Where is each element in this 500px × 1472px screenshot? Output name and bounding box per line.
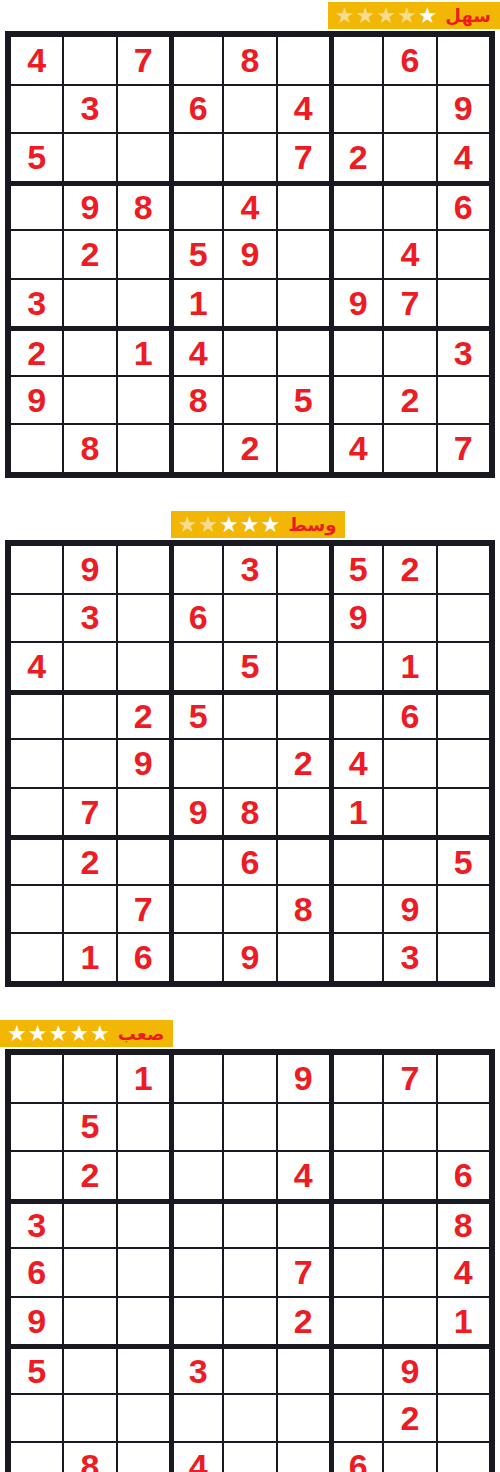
sudoku-cell[interactable]: 6 <box>334 1443 382 1472</box>
sudoku-cell[interactable]: 9 <box>278 1055 329 1102</box>
sudoku-cell[interactable] <box>278 425 329 472</box>
sudoku-cell[interactable] <box>224 886 275 933</box>
sudoku-cell[interactable] <box>11 1104 62 1151</box>
sudoku-cell[interactable] <box>438 1395 489 1442</box>
sudoku-cell[interactable] <box>384 86 435 133</box>
sudoku-cell[interactable] <box>11 186 62 230</box>
sudoku-cell[interactable] <box>118 134 169 181</box>
sudoku-cell[interactable] <box>174 1104 222 1151</box>
sudoku-cell[interactable]: 4 <box>438 134 489 181</box>
sudoku-cell[interactable] <box>278 231 329 278</box>
sudoku-cell[interactable] <box>64 134 115 181</box>
sudoku-cell[interactable]: 8 <box>438 1204 489 1248</box>
sudoku-cell[interactable]: 9 <box>118 740 169 787</box>
sudoku-cell[interactable]: 5 <box>334 546 382 593</box>
sudoku-cell[interactable]: 6 <box>11 1249 62 1296</box>
sudoku-cell[interactable] <box>174 37 222 84</box>
sudoku-cell[interactable] <box>64 695 115 739</box>
sudoku-cell[interactable] <box>64 377 115 424</box>
sudoku-board-hard: 1975246386749215392846 <box>5 1049 495 1472</box>
sudoku-cell[interactable]: 9 <box>64 186 115 230</box>
sudoku-cell[interactable] <box>118 1349 169 1393</box>
sudoku-cell[interactable] <box>64 331 115 375</box>
sudoku-cell[interactable]: 4 <box>334 740 382 787</box>
sudoku-cell[interactable]: 2 <box>384 546 435 593</box>
sudoku-cell[interactable] <box>334 1298 382 1345</box>
sudoku-cell[interactable]: 2 <box>11 331 62 375</box>
sudoku-board-medium: 935236945125692479812657891693 <box>5 540 495 987</box>
sudoku-cell[interactable] <box>334 231 382 278</box>
sudoku-cell[interactable] <box>11 1055 62 1102</box>
sudoku-cell[interactable] <box>118 1443 169 1472</box>
sudoku-cell[interactable] <box>334 1395 382 1442</box>
sudoku-cell[interactable] <box>384 1152 435 1199</box>
sudoku-cell[interactable] <box>174 886 222 933</box>
sudoku-cell[interactable] <box>278 546 329 593</box>
sudoku-cell[interactable] <box>174 134 222 181</box>
sudoku-cell[interactable]: 4 <box>278 1152 329 1199</box>
difficulty-banner-easy: ★★★★★ سهل <box>328 2 500 29</box>
sudoku-cell[interactable] <box>11 231 62 278</box>
sudoku-cell[interactable]: 5 <box>278 377 329 424</box>
sudoku-cell[interactable]: 6 <box>174 86 222 133</box>
sudoku-cell[interactable]: 2 <box>278 1298 329 1345</box>
sudoku-cell[interactable] <box>11 740 62 787</box>
sudoku-cell[interactable]: 9 <box>438 86 489 133</box>
difficulty-label: سهل <box>445 3 491 29</box>
sudoku-cell[interactable] <box>384 1443 435 1472</box>
sudoku-cell[interactable] <box>118 1395 169 1442</box>
sudoku-cell[interactable] <box>224 1104 275 1151</box>
sudoku-cell[interactable] <box>174 1055 222 1102</box>
sudoku-cell[interactable]: 1 <box>174 280 222 327</box>
sudoku-cell[interactable] <box>224 86 275 133</box>
sudoku-cell[interactable] <box>438 546 489 593</box>
star-filled-icon: ★ <box>48 1020 68 1047</box>
sudoku-cell[interactable] <box>384 331 435 375</box>
sudoku-cell[interactable] <box>11 934 62 981</box>
sudoku-cell[interactable] <box>118 643 169 690</box>
star-filled-icon: ★ <box>261 511 281 538</box>
sudoku-cell[interactable] <box>224 280 275 327</box>
sudoku-cell[interactable]: 2 <box>224 425 275 472</box>
sudoku-page: ★★★★★ سهل 478636495724984625943197214398… <box>0 0 500 1472</box>
sudoku-cell[interactable] <box>438 377 489 424</box>
difficulty-label: صعب <box>118 1021 165 1047</box>
sudoku-cell[interactable]: 7 <box>438 425 489 472</box>
sudoku-cell[interactable] <box>438 280 489 327</box>
sudoku-cell[interactable] <box>384 134 435 181</box>
puzzle-medium: ★★★★★ وسط 935236945125692479812657891693 <box>0 511 500 987</box>
sudoku-cell[interactable]: 7 <box>118 37 169 84</box>
star-rating: ★★★★★ <box>7 1020 111 1047</box>
sudoku-cell[interactable] <box>278 934 329 981</box>
sudoku-cell[interactable] <box>438 1443 489 1472</box>
sudoku-cell[interactable] <box>278 331 329 375</box>
sudoku-cell[interactable] <box>278 1349 329 1393</box>
sudoku-cell[interactable] <box>224 740 275 787</box>
sudoku-cell[interactable]: 4 <box>278 86 329 133</box>
sudoku-cell[interactable] <box>174 840 222 884</box>
difficulty-banner-medium: ★★★★★ وسط <box>171 511 346 538</box>
sudoku-board-easy: 478636495724984625943197214398528247 <box>5 31 495 478</box>
sudoku-cell[interactable] <box>334 331 382 375</box>
sudoku-cell[interactable] <box>118 425 169 472</box>
sudoku-cell[interactable] <box>224 1055 275 1102</box>
sudoku-cell[interactable]: 4 <box>174 1443 222 1472</box>
sudoku-cell[interactable] <box>224 1249 275 1296</box>
sudoku-cell[interactable] <box>11 1152 62 1199</box>
star-filled-icon: ★ <box>69 1020 89 1047</box>
sudoku-cell[interactable]: 6 <box>118 934 169 981</box>
sudoku-cell[interactable] <box>334 1204 382 1248</box>
sudoku-cell[interactable] <box>334 840 382 884</box>
sudoku-cell[interactable]: 2 <box>278 740 329 787</box>
sudoku-cell[interactable]: 4 <box>11 37 62 84</box>
sudoku-cell[interactable] <box>334 1055 382 1102</box>
sudoku-cell[interactable]: 3 <box>64 595 115 642</box>
sudoku-cell[interactable] <box>11 1443 62 1472</box>
sudoku-cell[interactable] <box>334 1349 382 1393</box>
sudoku-cell[interactable] <box>118 1249 169 1296</box>
sudoku-cell[interactable]: 9 <box>334 280 382 327</box>
sudoku-cell[interactable]: 1 <box>64 934 115 981</box>
star-empty-icon: ★ <box>178 511 198 538</box>
sudoku-cell[interactable]: 9 <box>11 377 62 424</box>
sudoku-cell[interactable] <box>438 934 489 981</box>
sudoku-cell[interactable]: 5 <box>64 1104 115 1151</box>
sudoku-cell[interactable]: 6 <box>438 186 489 230</box>
sudoku-cell[interactable] <box>384 1204 435 1248</box>
sudoku-cell[interactable] <box>278 789 329 836</box>
sudoku-cell[interactable]: 3 <box>438 331 489 375</box>
sudoku-cell[interactable] <box>438 1104 489 1151</box>
sudoku-cell[interactable] <box>118 1298 169 1345</box>
sudoku-cell[interactable] <box>278 186 329 230</box>
sudoku-cell[interactable] <box>64 740 115 787</box>
sudoku-cell[interactable]: 8 <box>224 37 275 84</box>
sudoku-cell[interactable] <box>64 643 115 690</box>
sudoku-cell[interactable]: 9 <box>384 1349 435 1393</box>
sudoku-cell[interactable] <box>278 840 329 884</box>
difficulty-banner-hard: ★★★★★ صعب <box>0 1020 173 1047</box>
sudoku-cell[interactable] <box>64 886 115 933</box>
sudoku-cell[interactable] <box>224 377 275 424</box>
sudoku-cell[interactable] <box>384 840 435 884</box>
sudoku-cell[interactable] <box>224 695 275 739</box>
sudoku-cell[interactable] <box>64 1395 115 1442</box>
sudoku-cell[interactable]: 6 <box>174 595 222 642</box>
sudoku-cell[interactable] <box>118 1104 169 1151</box>
star-empty-icon: ★ <box>198 511 218 538</box>
sudoku-cell[interactable] <box>334 643 382 690</box>
sudoku-cell[interactable] <box>11 886 62 933</box>
puzzle-hard: ★★★★★ صعب 1975246386749215392846 <box>0 1020 500 1472</box>
sudoku-cell[interactable]: 1 <box>118 331 169 375</box>
sudoku-cell[interactable] <box>384 1104 435 1151</box>
sudoku-cell[interactable] <box>174 740 222 787</box>
star-filled-icon: ★ <box>219 511 239 538</box>
sudoku-cell[interactable]: 9 <box>64 546 115 593</box>
sudoku-cell[interactable] <box>334 37 382 84</box>
sudoku-cell[interactable] <box>278 1443 329 1472</box>
sudoku-cell[interactable]: 5 <box>224 643 275 690</box>
sudoku-cell[interactable] <box>174 1395 222 1442</box>
sudoku-cell[interactable]: 9 <box>384 886 435 933</box>
sudoku-cell[interactable]: 3 <box>384 934 435 981</box>
sudoku-cell[interactable] <box>11 840 62 884</box>
sudoku-cell[interactable]: 9 <box>224 934 275 981</box>
sudoku-cell[interactable] <box>438 643 489 690</box>
sudoku-cell[interactable]: 3 <box>11 280 62 327</box>
sudoku-cell[interactable] <box>278 1204 329 1248</box>
sudoku-cell[interactable] <box>64 37 115 84</box>
sudoku-cell[interactable] <box>224 1349 275 1393</box>
sudoku-cell[interactable] <box>334 695 382 739</box>
sudoku-cell[interactable]: 6 <box>438 1152 489 1199</box>
sudoku-cell[interactable] <box>224 1443 275 1472</box>
sudoku-cell[interactable]: 4 <box>224 186 275 230</box>
sudoku-cell[interactable]: 4 <box>11 643 62 690</box>
sudoku-cell[interactable]: 2 <box>64 840 115 884</box>
sudoku-cell[interactable] <box>278 1104 329 1151</box>
sudoku-cell[interactable]: 2 <box>118 695 169 739</box>
sudoku-cell[interactable] <box>118 280 169 327</box>
star-rating: ★★★★★ <box>335 2 439 29</box>
sudoku-cell[interactable] <box>384 789 435 836</box>
sudoku-cell[interactable] <box>11 1395 62 1442</box>
sudoku-cell[interactable] <box>118 789 169 836</box>
sudoku-cell[interactable]: 6 <box>224 840 275 884</box>
sudoku-cell[interactable]: 3 <box>11 1204 62 1248</box>
sudoku-cell[interactable] <box>224 1204 275 1248</box>
sudoku-cell[interactable] <box>224 1298 275 1345</box>
sudoku-cell[interactable] <box>438 740 489 787</box>
sudoku-cell[interactable] <box>174 425 222 472</box>
sudoku-cell[interactable] <box>438 595 489 642</box>
sudoku-cell[interactable] <box>64 1349 115 1393</box>
sudoku-cell[interactable] <box>174 1249 222 1296</box>
sudoku-cell[interactable]: 9 <box>11 1298 62 1345</box>
sudoku-cell[interactable]: 6 <box>384 695 435 739</box>
sudoku-cell[interactable]: 4 <box>174 331 222 375</box>
sudoku-cell[interactable] <box>384 595 435 642</box>
sudoku-cell[interactable]: 2 <box>384 1395 435 1442</box>
star-filled-icon: ★ <box>90 1020 110 1047</box>
sudoku-cell[interactable]: 2 <box>64 231 115 278</box>
sudoku-cell[interactable] <box>384 1249 435 1296</box>
sudoku-cell[interactable]: 3 <box>64 86 115 133</box>
sudoku-cell[interactable] <box>118 546 169 593</box>
sudoku-cell[interactable] <box>334 377 382 424</box>
sudoku-cell[interactable] <box>438 1349 489 1393</box>
sudoku-cell[interactable] <box>11 425 62 472</box>
sudoku-cell[interactable]: 3 <box>174 1349 222 1393</box>
sudoku-cell[interactable]: 1 <box>438 1298 489 1345</box>
sudoku-cell[interactable] <box>118 1152 169 1199</box>
sudoku-cell[interactable] <box>384 425 435 472</box>
sudoku-cell[interactable] <box>334 1249 382 1296</box>
sudoku-cell[interactable] <box>64 280 115 327</box>
sudoku-cell[interactable]: 4 <box>438 1249 489 1296</box>
sudoku-cell[interactable] <box>118 840 169 884</box>
sudoku-cell[interactable] <box>334 86 382 133</box>
sudoku-cell[interactable] <box>334 886 382 933</box>
sudoku-cell[interactable] <box>224 331 275 375</box>
sudoku-cell[interactable] <box>118 231 169 278</box>
sudoku-cell[interactable] <box>118 595 169 642</box>
sudoku-cell[interactable]: 5 <box>174 231 222 278</box>
star-filled-icon: ★ <box>240 511 260 538</box>
sudoku-cell[interactable]: 7 <box>384 1055 435 1102</box>
sudoku-cell[interactable]: 7 <box>64 789 115 836</box>
sudoku-cell[interactable]: 9 <box>174 789 222 836</box>
sudoku-cell[interactable] <box>278 280 329 327</box>
sudoku-cell[interactable] <box>224 595 275 642</box>
sudoku-cell[interactable]: 1 <box>334 789 382 836</box>
sudoku-cell[interactable]: 8 <box>278 886 329 933</box>
sudoku-cell[interactable] <box>174 1298 222 1345</box>
sudoku-cell[interactable] <box>438 231 489 278</box>
star-empty-icon: ★ <box>335 2 355 29</box>
star-filled-icon: ★ <box>28 1020 48 1047</box>
sudoku-cell[interactable] <box>118 86 169 133</box>
sudoku-cell[interactable] <box>174 1152 222 1199</box>
star-empty-icon: ★ <box>355 2 375 29</box>
sudoku-cell[interactable] <box>384 740 435 787</box>
sudoku-cell[interactable]: 5 <box>438 840 489 884</box>
sudoku-cell[interactable]: 6 <box>384 37 435 84</box>
sudoku-cell[interactable] <box>438 37 489 84</box>
sudoku-cell[interactable] <box>438 886 489 933</box>
sudoku-cell[interactable] <box>174 546 222 593</box>
sudoku-cell[interactable]: 1 <box>118 1055 169 1102</box>
sudoku-cell[interactable] <box>384 1298 435 1345</box>
sudoku-cell[interactable] <box>64 1249 115 1296</box>
sudoku-cell[interactable]: 8 <box>174 377 222 424</box>
sudoku-cell[interactable] <box>64 1298 115 1345</box>
sudoku-cell[interactable] <box>118 377 169 424</box>
sudoku-cell[interactable]: 1 <box>384 643 435 690</box>
sudoku-cell[interactable] <box>118 1204 169 1248</box>
banner-row-medium: ★★★★★ وسط <box>8 511 500 538</box>
sudoku-cell[interactable]: 4 <box>384 231 435 278</box>
sudoku-cell[interactable]: 5 <box>11 1349 62 1393</box>
sudoku-cell[interactable] <box>64 1204 115 1248</box>
sudoku-cell[interactable] <box>64 1055 115 1102</box>
sudoku-cell[interactable]: 8 <box>224 789 275 836</box>
sudoku-cell[interactable] <box>278 695 329 739</box>
sudoku-cell[interactable] <box>224 1395 275 1442</box>
star-empty-icon: ★ <box>376 2 396 29</box>
sudoku-cell[interactable] <box>334 1104 382 1151</box>
sudoku-cell[interactable] <box>384 186 435 230</box>
puzzle-easy: ★★★★★ سهل 478636495724984625943197214398… <box>0 2 500 478</box>
sudoku-cell[interactable]: 7 <box>118 886 169 933</box>
sudoku-cell[interactable] <box>438 695 489 739</box>
sudoku-cell[interactable] <box>11 86 62 133</box>
sudoku-cell[interactable]: 7 <box>384 280 435 327</box>
sudoku-cell[interactable] <box>224 134 275 181</box>
sudoku-cell[interactable]: 8 <box>118 186 169 230</box>
sudoku-cell[interactable]: 3 <box>224 546 275 593</box>
sudoku-cell[interactable] <box>174 643 222 690</box>
sudoku-cell[interactable] <box>11 595 62 642</box>
banner-row-hard: ★★★★★ صعب <box>0 1020 500 1047</box>
sudoku-cell[interactable]: 7 <box>278 1249 329 1296</box>
sudoku-cell[interactable] <box>278 1395 329 1442</box>
sudoku-cell[interactable] <box>334 1152 382 1199</box>
sudoku-cell[interactable]: 5 <box>174 695 222 739</box>
sudoku-cell[interactable] <box>438 1055 489 1102</box>
sudoku-cell[interactable]: 9 <box>334 595 382 642</box>
star-empty-icon: ★ <box>397 2 417 29</box>
sudoku-cell[interactable] <box>11 546 62 593</box>
sudoku-cell[interactable]: 2 <box>384 377 435 424</box>
sudoku-cell[interactable]: 5 <box>11 134 62 181</box>
sudoku-cell[interactable] <box>174 186 222 230</box>
sudoku-cell[interactable] <box>174 934 222 981</box>
sudoku-cell[interactable]: 8 <box>64 1443 115 1472</box>
sudoku-cell[interactable] <box>11 789 62 836</box>
sudoku-cell[interactable]: 9 <box>224 231 275 278</box>
sudoku-cell[interactable]: 7 <box>278 134 329 181</box>
sudoku-cell[interactable] <box>334 934 382 981</box>
sudoku-cell[interactable] <box>174 1204 222 1248</box>
sudoku-cell[interactable]: 2 <box>64 1152 115 1199</box>
sudoku-cell[interactable]: 2 <box>334 134 382 181</box>
star-filled-icon: ★ <box>7 1020 27 1047</box>
star-rating: ★★★★★ <box>178 511 282 538</box>
sudoku-cell[interactable] <box>278 595 329 642</box>
star-filled-icon: ★ <box>418 2 438 29</box>
sudoku-cell[interactable] <box>11 695 62 739</box>
difficulty-label: وسط <box>288 512 336 538</box>
sudoku-cell[interactable] <box>224 1152 275 1199</box>
sudoku-cell[interactable]: 8 <box>64 425 115 472</box>
sudoku-cell[interactable] <box>334 186 382 230</box>
sudoku-cell[interactable] <box>278 643 329 690</box>
banner-row-easy: ★★★★★ سهل <box>0 2 500 29</box>
sudoku-cell[interactable] <box>278 37 329 84</box>
sudoku-cell[interactable] <box>438 789 489 836</box>
sudoku-cell[interactable]: 4 <box>334 425 382 472</box>
